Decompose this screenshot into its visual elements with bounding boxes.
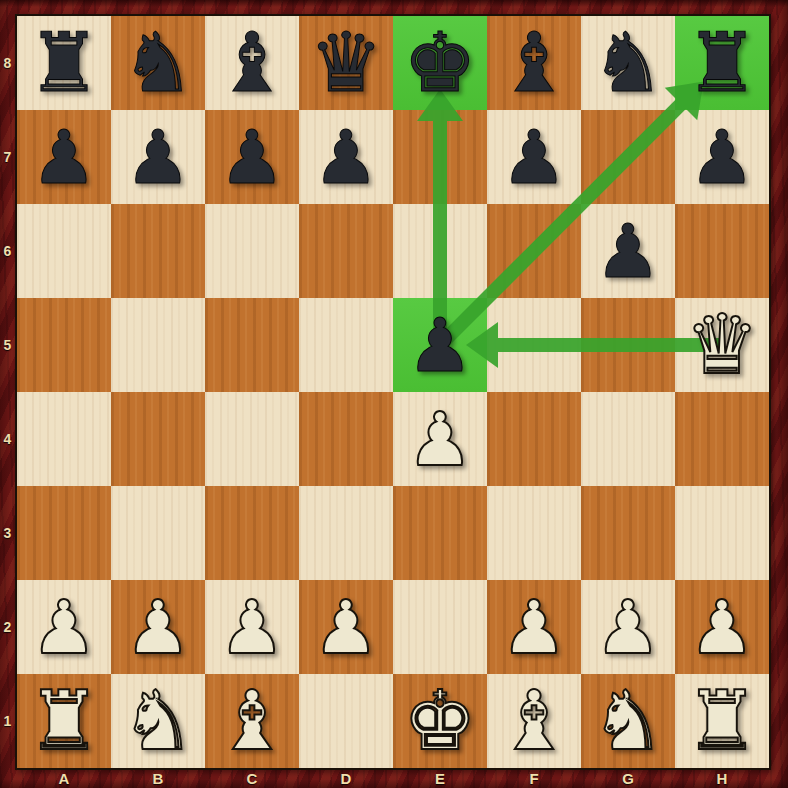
black-pawn-h7[interactable]: ♟ [675,110,769,204]
black-pawn-f7[interactable]: ♟ [487,110,581,204]
white-pawn-e4[interactable]: ♟ [393,392,487,486]
black-rook-a8[interactable]: ♜ [17,16,111,110]
black-pawn-e5[interactable]: ♟ [393,298,487,392]
rank-label-8: 8 [0,16,15,110]
black-bishop-c8[interactable]: ♝ [205,16,299,110]
white-bishop-c1[interactable]: ♝ [205,674,299,768]
file-label-a: A [17,769,111,788]
white-knight-g1[interactable]: ♞ [581,674,675,768]
white-pawn-g2[interactable]: ♟ [581,580,675,674]
file-label-c: C [205,769,299,788]
white-pawn-b2[interactable]: ♟ [111,580,205,674]
black-knight-g8[interactable]: ♞ [581,16,675,110]
black-pawn-a7[interactable]: ♟ [17,110,111,204]
rank-label-3: 3 [0,486,15,580]
rank-label-6: 6 [0,204,15,298]
white-pawn-h2[interactable]: ♟ [675,580,769,674]
white-pawn-f2[interactable]: ♟ [487,580,581,674]
file-label-h: H [675,769,769,788]
rank-label-2: 2 [0,580,15,674]
black-bishop-f8[interactable]: ♝ [487,16,581,110]
file-label-e: E [393,769,487,788]
file-label-g: G [581,769,675,788]
rank-label-5: 5 [0,298,15,392]
rank-label-4: 4 [0,392,15,486]
white-knight-b1[interactable]: ♞ [111,674,205,768]
white-king-e1[interactable]: ♚ [393,674,487,768]
black-pawn-g6[interactable]: ♟ [581,204,675,298]
white-pawn-c2[interactable]: ♟ [205,580,299,674]
black-king-e8[interactable]: ♚ [393,16,487,110]
white-bishop-f1[interactable]: ♝ [487,674,581,768]
rank-label-1: 1 [0,674,15,768]
chess-board-frame: 87654321 ♜♞♝♛♚♝♞♜♟♟♟♟♟♟♟♟♛♟♟♟♟♟♟♟♟♜♞♝♚♝♞… [0,0,788,788]
black-pawn-d7[interactable]: ♟ [299,110,393,204]
file-labels: ABCDEFGH [17,769,769,788]
white-pawn-a2[interactable]: ♟ [17,580,111,674]
black-queen-d8[interactable]: ♛ [299,16,393,110]
rank-label-7: 7 [0,110,15,204]
white-queen-h5[interactable]: ♛ [675,298,769,392]
piece-layer: ♜♞♝♛♚♝♞♜♟♟♟♟♟♟♟♟♛♟♟♟♟♟♟♟♟♜♞♝♚♝♞♜ [17,16,769,768]
black-rook-h8[interactable]: ♜ [675,16,769,110]
file-label-b: B [111,769,205,788]
rank-labels: 87654321 [0,16,15,768]
black-pawn-b7[interactable]: ♟ [111,110,205,204]
white-rook-h1[interactable]: ♜ [675,674,769,768]
black-pawn-c7[interactable]: ♟ [205,110,299,204]
file-label-d: D [299,769,393,788]
white-rook-a1[interactable]: ♜ [17,674,111,768]
black-knight-b8[interactable]: ♞ [111,16,205,110]
white-pawn-d2[interactable]: ♟ [299,580,393,674]
file-label-f: F [487,769,581,788]
